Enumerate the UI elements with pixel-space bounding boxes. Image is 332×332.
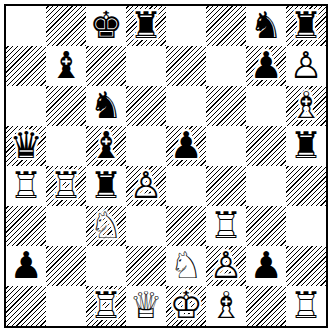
- square-d6[interactable]: [126, 86, 166, 126]
- square-b2[interactable]: [46, 246, 86, 286]
- square-c6[interactable]: ♞: [86, 86, 126, 126]
- piece-white-king: ♔: [169, 286, 202, 326]
- square-d3[interactable]: [126, 206, 166, 246]
- square-d8[interactable]: ♜: [126, 6, 166, 46]
- square-g7[interactable]: ♟: [246, 46, 286, 86]
- piece-white-knight: ♘: [89, 206, 122, 246]
- square-f2[interactable]: ♙: [206, 246, 246, 286]
- piece-black-pawn: ♟: [249, 46, 282, 86]
- square-h2[interactable]: [286, 246, 326, 286]
- square-g3[interactable]: [246, 206, 286, 246]
- piece-white-rook: ♖: [89, 286, 122, 326]
- piece-black-pawn: ♟: [169, 126, 202, 166]
- square-g2[interactable]: ♟: [246, 246, 286, 286]
- square-a1[interactable]: [6, 286, 46, 326]
- square-a8[interactable]: [6, 6, 46, 46]
- square-e5[interactable]: ♟: [166, 126, 206, 166]
- square-h1[interactable]: ♖: [286, 286, 326, 326]
- chess-diagram: ♚♜♞♜♝♟♙♞♗♛♝♟♜♖♖♜♙♘♖♟♘♙♟♖♕♔♗♖: [0, 0, 332, 332]
- square-a3[interactable]: [6, 206, 46, 246]
- square-d4[interactable]: ♙: [126, 166, 166, 206]
- square-f3[interactable]: ♖: [206, 206, 246, 246]
- square-g4[interactable]: [246, 166, 286, 206]
- square-d2[interactable]: [126, 246, 166, 286]
- square-a7[interactable]: [6, 46, 46, 86]
- square-e4[interactable]: [166, 166, 206, 206]
- piece-black-rook: ♜: [289, 6, 322, 46]
- square-b6[interactable]: [46, 86, 86, 126]
- square-f5[interactable]: [206, 126, 246, 166]
- piece-white-rook: ♖: [289, 286, 322, 326]
- piece-white-rook: ♖: [209, 206, 242, 246]
- piece-white-rook: ♖: [9, 166, 42, 206]
- piece-black-rook: ♜: [129, 6, 162, 46]
- square-h6[interactable]: ♗: [286, 86, 326, 126]
- piece-white-bishop: ♗: [209, 286, 242, 326]
- square-c7[interactable]: [86, 46, 126, 86]
- piece-black-bishop: ♝: [89, 126, 122, 166]
- square-f6[interactable]: [206, 86, 246, 126]
- square-f7[interactable]: [206, 46, 246, 86]
- square-b7[interactable]: ♝: [46, 46, 86, 86]
- piece-black-pawn: ♟: [9, 246, 42, 286]
- piece-black-queen: ♛: [9, 126, 42, 166]
- square-e7[interactable]: [166, 46, 206, 86]
- piece-white-knight: ♘: [169, 246, 202, 286]
- square-g6[interactable]: [246, 86, 286, 126]
- square-a4[interactable]: ♖: [6, 166, 46, 206]
- square-c5[interactable]: ♝: [86, 126, 126, 166]
- square-c1[interactable]: ♖: [86, 286, 126, 326]
- square-h7[interactable]: ♙: [286, 46, 326, 86]
- square-b4[interactable]: ♖: [46, 166, 86, 206]
- piece-black-knight: ♞: [89, 86, 122, 126]
- chess-board: ♚♜♞♜♝♟♙♞♗♛♝♟♜♖♖♜♙♘♖♟♘♙♟♖♕♔♗♖: [4, 4, 328, 328]
- piece-white-pawn: ♙: [209, 246, 242, 286]
- square-g1[interactable]: [246, 286, 286, 326]
- square-d7[interactable]: [126, 46, 166, 86]
- square-a6[interactable]: [6, 86, 46, 126]
- square-a5[interactable]: ♛: [6, 126, 46, 166]
- piece-black-knight: ♞: [249, 6, 282, 46]
- square-h3[interactable]: [286, 206, 326, 246]
- square-g5[interactable]: [246, 126, 286, 166]
- piece-white-rook: ♖: [49, 166, 82, 206]
- square-e1[interactable]: ♔: [166, 286, 206, 326]
- square-c2[interactable]: [86, 246, 126, 286]
- square-g8[interactable]: ♞: [246, 6, 286, 46]
- piece-black-pawn: ♟: [249, 246, 282, 286]
- square-c3[interactable]: ♘: [86, 206, 126, 246]
- square-b1[interactable]: [46, 286, 86, 326]
- square-c4[interactable]: ♜: [86, 166, 126, 206]
- square-b8[interactable]: [46, 6, 86, 46]
- square-h5[interactable]: ♜: [286, 126, 326, 166]
- piece-black-king: ♚: [89, 6, 122, 46]
- square-e6[interactable]: [166, 86, 206, 126]
- square-a2[interactable]: ♟: [6, 246, 46, 286]
- square-b5[interactable]: [46, 126, 86, 166]
- square-d5[interactable]: [126, 126, 166, 166]
- square-e8[interactable]: [166, 6, 206, 46]
- piece-white-pawn: ♙: [289, 46, 322, 86]
- square-h4[interactable]: [286, 166, 326, 206]
- square-f1[interactable]: ♗: [206, 286, 246, 326]
- piece-white-pawn: ♙: [129, 166, 162, 206]
- square-f4[interactable]: [206, 166, 246, 206]
- piece-black-rook: ♜: [289, 126, 322, 166]
- piece-white-bishop: ♗: [289, 86, 322, 126]
- square-f8[interactable]: [206, 6, 246, 46]
- piece-white-queen: ♕: [129, 286, 162, 326]
- square-c8[interactable]: ♚: [86, 6, 126, 46]
- piece-black-rook: ♜: [89, 166, 122, 206]
- square-b3[interactable]: [46, 206, 86, 246]
- square-e2[interactable]: ♘: [166, 246, 206, 286]
- square-d1[interactable]: ♕: [126, 286, 166, 326]
- square-e3[interactable]: [166, 206, 206, 246]
- square-h8[interactable]: ♜: [286, 6, 326, 46]
- piece-black-bishop: ♝: [49, 46, 82, 86]
